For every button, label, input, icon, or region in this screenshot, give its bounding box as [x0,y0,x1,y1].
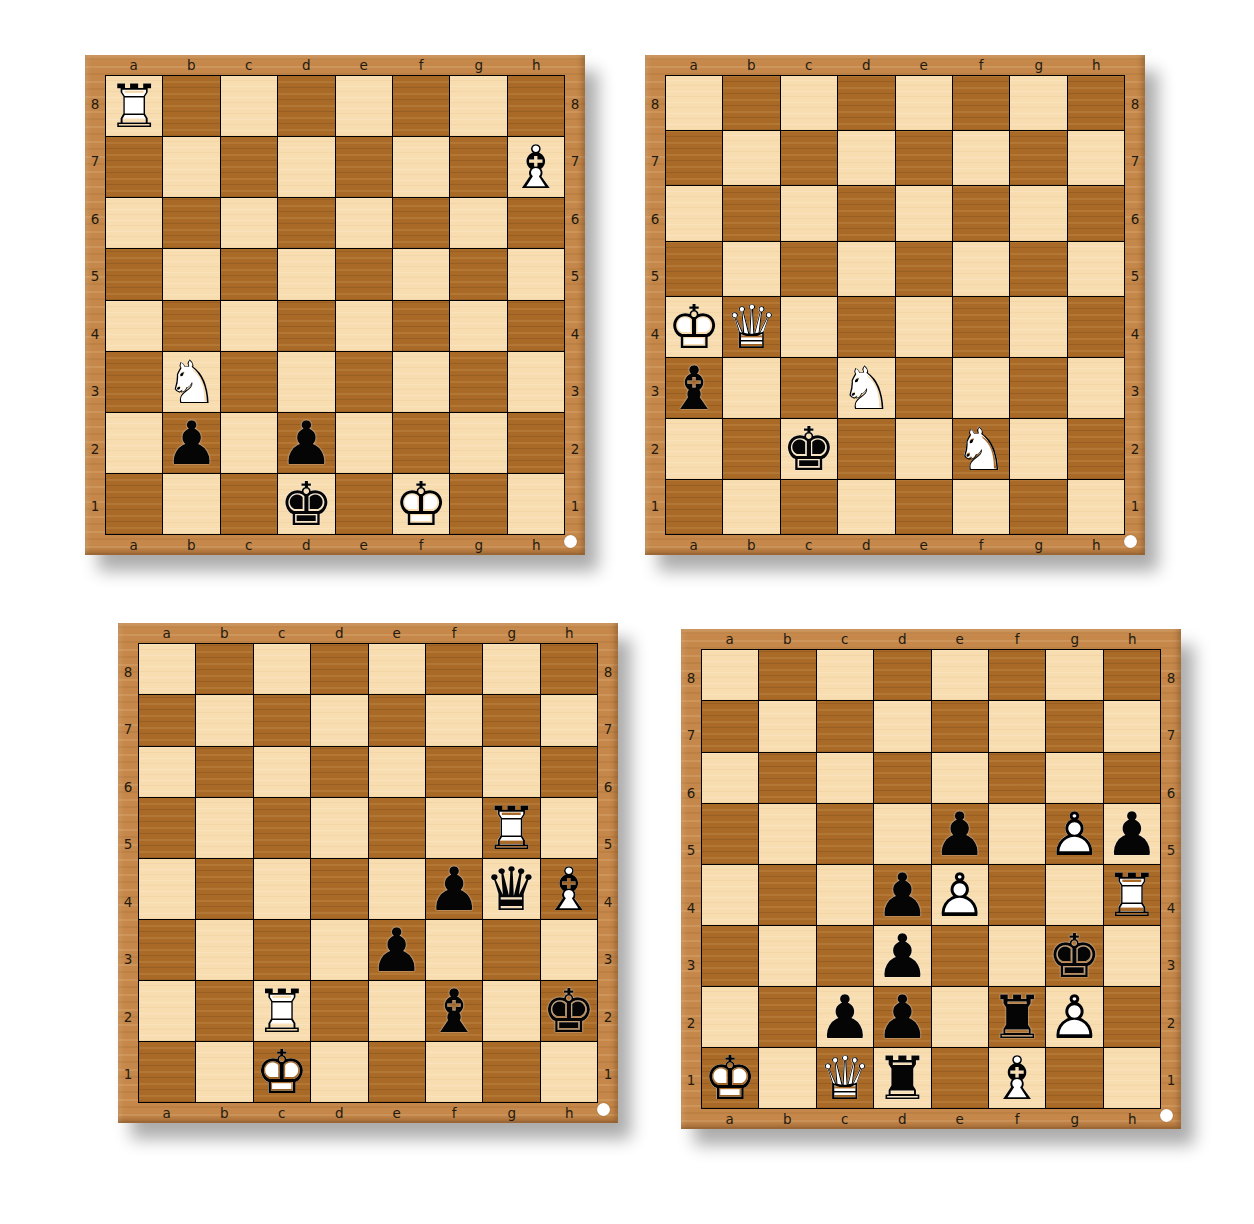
square-b3[interactable] [723,358,779,418]
square-c6[interactable] [221,198,277,248]
square-f6[interactable] [989,753,1045,803]
square-h7[interactable] [1104,701,1160,751]
square-g8[interactable] [1046,650,1102,700]
square-c2[interactable] [221,413,277,473]
square-h6[interactable] [1068,186,1124,240]
file-label-e: e [368,1103,426,1123]
square-g8[interactable] [450,76,506,136]
square-h1[interactable] [1068,480,1124,534]
square-h4[interactable]: ♜♖ [1104,865,1160,925]
square-a6[interactable] [666,186,722,240]
file-label-e: e [335,535,393,555]
file-label-f: f [426,623,484,643]
board-bottom-right-grid: ♟♟♙♟♟♟♙♜♖♟♚♟♟♜♟♙♚♔♛♕♜♝♗ [701,649,1161,1109]
square-h2[interactable]: ♚ [541,981,597,1041]
square-g3[interactable] [450,352,506,412]
square-g4[interactable] [1046,865,1102,925]
square-c4[interactable] [817,865,873,925]
square-d3[interactable] [278,352,334,412]
square-c1[interactable]: ♛♕ [817,1048,873,1108]
square-c2[interactable]: ♟ [817,987,873,1047]
square-f7[interactable] [393,137,449,197]
square-h6[interactable] [541,747,597,797]
rank-label-2: 2 [85,420,105,478]
square-d1[interactable]: ♚ [278,474,334,534]
square-g7[interactable] [1010,131,1066,185]
square-d2[interactable]: ♟ [278,413,334,473]
board-bottom-left-grid: ♜♖♟♛♝♗♟♜♖♝♚♚♔ [138,643,598,1103]
square-a7[interactable] [106,137,162,197]
square-g8[interactable] [483,644,539,694]
rank-label-5: 5 [565,248,585,306]
square-e4[interactable] [896,297,952,357]
square-c2[interactable]: ♚ [781,419,837,479]
square-e1[interactable] [932,1048,988,1108]
square-a8[interactable] [702,650,758,700]
square-e7[interactable] [896,131,952,185]
square-b5[interactable] [163,249,219,299]
square-e4[interactable] [336,301,392,351]
square-a3[interactable] [702,926,758,986]
chessboard-bottom-right: abcdefghabcdefgh8765432187654321♟♟♙♟♟♟♙♜… [681,629,1181,1129]
square-a3[interactable] [106,352,162,412]
square-h1[interactable] [508,474,564,534]
square-g3[interactable]: ♚ [1046,926,1102,986]
square-f5[interactable] [989,804,1045,864]
square-b6[interactable] [723,186,779,240]
square-e8[interactable] [336,76,392,136]
square-b4[interactable] [163,301,219,351]
square-b7[interactable] [163,137,219,197]
square-a1[interactable] [139,1042,195,1102]
square-a2[interactable] [702,987,758,1047]
square-f8[interactable] [989,650,1045,700]
rank-label-6: 6 [85,190,105,248]
square-c1[interactable] [221,474,277,534]
white-knight-piece: ♞♘ [954,419,1008,479]
square-b8[interactable] [196,644,252,694]
square-b1[interactable] [163,474,219,534]
file-label-g: g [1010,55,1068,75]
square-b4[interactable]: ♛♕ [723,297,779,357]
square-e4[interactable] [369,859,425,919]
square-f8[interactable] [426,644,482,694]
square-e3[interactable] [896,358,952,418]
white-pawn-piece: ♟♙ [933,865,987,925]
square-g6[interactable] [1010,186,1066,240]
square-d8[interactable] [838,76,894,130]
square-b8[interactable] [723,76,779,130]
square-c8[interactable] [817,650,873,700]
file-label-c: c [780,535,838,555]
square-g5[interactable] [1010,242,1066,296]
square-e7[interactable] [932,701,988,751]
square-c8[interactable] [781,76,837,130]
square-d6[interactable] [874,753,930,803]
square-f3[interactable] [989,926,1045,986]
square-f4[interactable] [989,865,1045,925]
square-h6[interactable] [508,198,564,248]
square-d2[interactable] [311,981,367,1041]
square-a3[interactable]: ♝ [666,358,722,418]
square-d2[interactable]: ♟ [874,987,930,1047]
rank-label-2: 2 [645,420,665,478]
square-b1[interactable] [196,1042,252,1102]
square-g3[interactable] [1010,358,1066,418]
square-c3[interactable] [781,358,837,418]
square-h6[interactable] [1104,753,1160,803]
square-g1[interactable] [483,1042,539,1102]
square-g7[interactable] [1046,701,1102,751]
square-b4[interactable] [759,865,815,925]
square-c8[interactable] [221,76,277,136]
square-e6[interactable] [369,747,425,797]
black-pawn-piece: ♟ [818,987,872,1047]
square-f1[interactable] [953,480,1009,534]
square-a2[interactable] [106,413,162,473]
square-h3[interactable] [1104,926,1160,986]
square-h5[interactable] [541,798,597,858]
square-c5[interactable] [254,798,310,858]
square-c3[interactable] [254,920,310,980]
square-h2[interactable] [1104,987,1160,1047]
square-b5[interactable] [196,798,252,858]
square-g5[interactable]: ♟♙ [1046,804,1102,864]
square-a8[interactable] [666,76,722,130]
square-f7[interactable] [989,701,1045,751]
square-f6[interactable] [393,198,449,248]
square-e6[interactable] [932,753,988,803]
square-a6[interactable] [106,198,162,248]
square-b5[interactable] [723,242,779,296]
square-g6[interactable] [450,198,506,248]
file-label-d: d [874,629,932,649]
square-e4[interactable]: ♟♙ [932,865,988,925]
chessboard-top-right: abcdefghabcdefgh8765432187654321♚♔♛♕♝♞♘♚… [645,55,1145,555]
rank-label-7: 7 [1125,133,1145,191]
square-e3[interactable] [336,352,392,412]
rank-label-7: 7 [85,133,105,191]
rank-label-3: 3 [681,937,701,995]
rank-label-3: 3 [598,931,618,989]
square-f3[interactable] [953,358,1009,418]
square-e5[interactable] [369,798,425,858]
rank-label-7: 7 [681,707,701,765]
square-e2[interactable] [369,981,425,1041]
square-g7[interactable] [483,695,539,745]
square-a5[interactable] [702,804,758,864]
square-h2[interactable] [1068,419,1124,479]
file-labels: abcdefgh [105,535,565,555]
square-f7[interactable] [426,695,482,745]
square-d3[interactable]: ♟ [874,926,930,986]
square-f1[interactable] [426,1042,482,1102]
rank-label-2: 2 [1125,420,1145,478]
square-b4[interactable] [196,859,252,919]
square-h1[interactable] [541,1042,597,1102]
rank-label-3: 3 [645,363,665,421]
square-a4[interactable]: ♚♔ [666,297,722,357]
square-d7[interactable] [838,131,894,185]
square-f6[interactable] [953,186,1009,240]
square-c4[interactable] [254,859,310,919]
square-c2[interactable]: ♜♖ [254,981,310,1041]
square-e5[interactable] [336,249,392,299]
square-a7[interactable] [139,695,195,745]
square-f8[interactable] [953,76,1009,130]
square-f1[interactable]: ♝♗ [989,1048,1045,1108]
square-h8[interactable] [1068,76,1124,130]
square-h7[interactable] [1068,131,1124,185]
square-b1[interactable] [759,1048,815,1108]
square-f4[interactable] [953,297,1009,357]
square-e5[interactable]: ♟ [932,804,988,864]
square-h4[interactable] [508,301,564,351]
square-g6[interactable] [483,747,539,797]
square-b1[interactable] [723,480,779,534]
square-g4[interactable]: ♛ [483,859,539,919]
square-f4[interactable]: ♟ [426,859,482,919]
square-g8[interactable] [1010,76,1066,130]
square-d2[interactable] [838,419,894,479]
square-h2[interactable] [508,413,564,473]
rank-label-7: 7 [118,701,138,759]
square-c7[interactable] [254,695,310,745]
square-d5[interactable] [311,798,367,858]
rank-label-2: 2 [118,988,138,1046]
rank-label-3: 3 [1125,363,1145,421]
square-d8[interactable] [874,650,930,700]
square-g2[interactable] [1010,419,1066,479]
square-b8[interactable] [759,650,815,700]
square-a2[interactable] [139,981,195,1041]
square-c6[interactable] [817,753,873,803]
square-e2[interactable] [336,413,392,473]
rank-label-8: 8 [565,75,585,133]
rank-label-6: 6 [1125,190,1145,248]
square-h1[interactable] [1104,1048,1160,1108]
square-f5[interactable] [393,249,449,299]
square-a3[interactable] [139,920,195,980]
square-g1[interactable] [1010,480,1066,534]
square-c7[interactable] [817,701,873,751]
square-d6[interactable] [838,186,894,240]
square-a7[interactable] [666,131,722,185]
square-g1[interactable] [1046,1048,1102,1108]
square-b5[interactable] [759,804,815,864]
square-a1[interactable] [666,480,722,534]
square-g5[interactable] [450,249,506,299]
square-f2[interactable] [393,413,449,473]
square-h8[interactable] [1104,650,1160,700]
square-b7[interactable] [759,701,815,751]
square-d5[interactable] [838,242,894,296]
square-d7[interactable] [874,701,930,751]
square-c6[interactable] [254,747,310,797]
rank-label-7: 7 [645,133,665,191]
square-d4[interactable] [311,859,367,919]
square-c5[interactable] [781,242,837,296]
square-e7[interactable] [369,695,425,745]
square-e2[interactable] [932,987,988,1047]
square-d5[interactable] [874,804,930,864]
square-b2[interactable] [759,987,815,1047]
square-b7[interactable] [723,131,779,185]
square-f2[interactable]: ♞♘ [953,419,1009,479]
file-label-g: g [1010,535,1068,555]
square-e1[interactable] [369,1042,425,1102]
square-a5[interactable] [106,249,162,299]
square-c4[interactable] [221,301,277,351]
square-f3[interactable] [393,352,449,412]
square-h8[interactable] [508,76,564,136]
square-c1[interactable] [781,480,837,534]
square-d6[interactable] [278,198,334,248]
square-d1[interactable] [311,1042,367,1102]
black-queen-piece: ♛ [485,859,539,919]
square-b3[interactable] [196,920,252,980]
square-d4[interactable]: ♟ [874,865,930,925]
square-g3[interactable] [483,920,539,980]
square-c8[interactable] [254,644,310,694]
square-c5[interactable] [817,804,873,864]
square-e2[interactable] [896,419,952,479]
square-f2[interactable]: ♝ [426,981,482,1041]
square-h8[interactable] [541,644,597,694]
square-d7[interactable] [311,695,367,745]
square-g5[interactable]: ♜♖ [483,798,539,858]
square-b6[interactable] [759,753,815,803]
square-a5[interactable] [666,242,722,296]
file-label-h: h [541,623,599,643]
square-b6[interactable] [196,747,252,797]
square-f6[interactable] [426,747,482,797]
square-a4[interactable] [139,859,195,919]
square-d3[interactable]: ♞♘ [838,358,894,418]
square-c1[interactable]: ♚♔ [254,1042,310,1102]
square-a6[interactable] [702,753,758,803]
square-b8[interactable] [163,76,219,136]
rank-label-1: 1 [118,1046,138,1104]
file-label-g: g [1046,1109,1104,1129]
file-label-d: d [278,55,336,75]
black-pawn-piece: ♟ [875,865,929,925]
square-d3[interactable] [311,920,367,980]
square-e1[interactable] [336,474,392,534]
square-h3[interactable] [541,920,597,980]
square-c6[interactable] [781,186,837,240]
square-f7[interactable] [953,131,1009,185]
square-a4[interactable] [106,301,162,351]
square-d8[interactable] [278,76,334,136]
square-e3[interactable]: ♟ [369,920,425,980]
square-h3[interactable] [1068,358,1124,418]
square-e7[interactable] [336,137,392,197]
rank-label-1: 1 [681,1052,701,1110]
square-c7[interactable] [221,137,277,197]
square-b3[interactable] [759,926,815,986]
square-f1[interactable]: ♚♔ [393,474,449,534]
square-g6[interactable] [1046,753,1102,803]
square-h4[interactable] [1068,297,1124,357]
square-e6[interactable] [336,198,392,248]
square-e6[interactable] [896,186,952,240]
square-b6[interactable] [163,198,219,248]
square-d4[interactable] [278,301,334,351]
square-f4[interactable] [393,301,449,351]
square-e8[interactable] [932,650,988,700]
square-b2[interactable]: ♟ [163,413,219,473]
square-h5[interactable] [1068,242,1124,296]
square-b7[interactable] [196,695,252,745]
square-f5[interactable] [953,242,1009,296]
square-d5[interactable] [278,249,334,299]
square-g4[interactable] [450,301,506,351]
square-c7[interactable] [781,131,837,185]
square-h7[interactable] [541,695,597,745]
square-c4[interactable] [781,297,837,357]
square-g2[interactable]: ♟♙ [1046,987,1102,1047]
square-a6[interactable] [139,747,195,797]
square-e3[interactable] [932,926,988,986]
square-a5[interactable] [139,798,195,858]
square-b2[interactable] [723,419,779,479]
square-d1[interactable]: ♜ [874,1048,930,1108]
square-a8[interactable] [139,644,195,694]
file-labels: abcdefgh [138,623,598,643]
rank-label-8: 8 [1125,75,1145,133]
square-a2[interactable] [666,419,722,479]
square-f8[interactable] [393,76,449,136]
square-e8[interactable] [369,644,425,694]
square-f3[interactable] [426,920,482,980]
square-b2[interactable] [196,981,252,1041]
square-a1[interactable]: ♚♔ [702,1048,758,1108]
square-f5[interactable] [426,798,482,858]
file-labels: abcdefgh [665,535,1125,555]
rank-label-7: 7 [565,133,585,191]
square-a1[interactable] [106,474,162,534]
square-d7[interactable] [278,137,334,197]
square-e1[interactable] [896,480,952,534]
square-c5[interactable] [221,249,277,299]
square-g4[interactable] [1010,297,1066,357]
square-d6[interactable] [311,747,367,797]
square-d4[interactable] [838,297,894,357]
square-a7[interactable] [702,701,758,751]
square-d1[interactable] [838,480,894,534]
square-c3[interactable] [221,352,277,412]
file-label-a: a [138,623,196,643]
square-g2[interactable] [450,413,506,473]
square-h3[interactable] [508,352,564,412]
square-h5[interactable]: ♟ [1104,804,1160,864]
square-h7[interactable]: ♝♗ [508,137,564,197]
square-a8[interactable]: ♜♖ [106,76,162,136]
square-d8[interactable] [311,644,367,694]
square-f2[interactable]: ♜ [989,987,1045,1047]
square-e5[interactable] [896,242,952,296]
square-g2[interactable] [483,981,539,1041]
square-h4[interactable]: ♝♗ [541,859,597,919]
square-h5[interactable] [508,249,564,299]
square-g1[interactable] [450,474,506,534]
square-a4[interactable] [702,865,758,925]
square-g7[interactable] [450,137,506,197]
square-c3[interactable] [817,926,873,986]
square-b3[interactable]: ♞♘ [163,352,219,412]
square-e8[interactable] [896,76,952,130]
